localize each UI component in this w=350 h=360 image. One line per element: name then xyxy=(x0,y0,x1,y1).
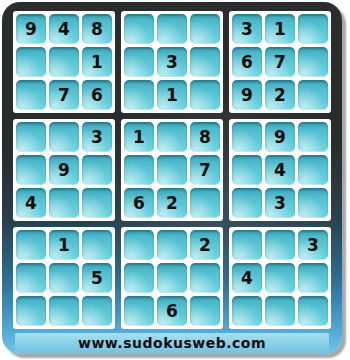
cell-r2c2[interactable] xyxy=(49,47,79,77)
cell-r1c3[interactable]: 8 xyxy=(82,14,112,44)
box-2-3: 943 xyxy=(229,119,331,221)
cell-r9c2[interactable] xyxy=(49,296,79,326)
box-1-3: 316792 xyxy=(229,11,331,113)
cell-r2c8[interactable]: 7 xyxy=(265,47,295,77)
cell-r8c3[interactable]: 5 xyxy=(82,263,112,293)
cell-r2c3[interactable]: 1 xyxy=(82,47,112,77)
cell-r9c7[interactable] xyxy=(232,296,262,326)
cell-r5c4[interactable] xyxy=(124,155,154,185)
box-3-2: 26 xyxy=(121,227,223,329)
cell-r8c8[interactable] xyxy=(265,263,295,293)
cell-r6c6[interactable] xyxy=(190,188,220,218)
cell-r2c1[interactable] xyxy=(16,47,46,77)
cell-r4c8[interactable]: 9 xyxy=(265,122,295,152)
cell-r7c6[interactable]: 2 xyxy=(190,230,220,260)
cell-r8c6[interactable] xyxy=(190,263,220,293)
cell-r7c3[interactable] xyxy=(82,230,112,260)
cell-r6c8[interactable]: 3 xyxy=(265,188,295,218)
cell-r9c6[interactable] xyxy=(190,296,220,326)
cell-r6c4[interactable]: 6 xyxy=(124,188,154,218)
site-url-text: www.sudokusweb.com xyxy=(78,335,266,351)
cell-r3c3[interactable]: 6 xyxy=(82,80,112,110)
cell-r9c1[interactable] xyxy=(16,296,46,326)
cell-r3c8[interactable]: 2 xyxy=(265,80,295,110)
cell-r1c4[interactable] xyxy=(124,14,154,44)
cell-r6c9[interactable] xyxy=(298,188,328,218)
cell-r3c1[interactable] xyxy=(16,80,46,110)
cell-r8c7[interactable]: 4 xyxy=(232,263,262,293)
cell-r3c2[interactable]: 7 xyxy=(49,80,79,110)
cell-r7c7[interactable] xyxy=(232,230,262,260)
cell-r7c5[interactable] xyxy=(157,230,187,260)
cell-r6c2[interactable] xyxy=(49,188,79,218)
cell-r8c4[interactable] xyxy=(124,263,154,293)
cell-r2c5[interactable]: 3 xyxy=(157,47,187,77)
cell-r4c3[interactable]: 3 xyxy=(82,122,112,152)
box-2-2: 18762 xyxy=(121,119,223,221)
box-2-1: 394 xyxy=(13,119,115,221)
cell-r1c5[interactable] xyxy=(157,14,187,44)
cell-r6c3[interactable] xyxy=(82,188,112,218)
cell-r1c9[interactable] xyxy=(298,14,328,44)
cell-r9c8[interactable] xyxy=(265,296,295,326)
cell-r1c2[interactable]: 4 xyxy=(49,14,79,44)
cell-r4c6[interactable]: 8 xyxy=(190,122,220,152)
cell-r7c9[interactable]: 3 xyxy=(298,230,328,260)
box-3-3: 34 xyxy=(229,227,331,329)
cell-r4c9[interactable] xyxy=(298,122,328,152)
cell-r7c2[interactable]: 1 xyxy=(49,230,79,260)
cell-r3c5[interactable]: 1 xyxy=(157,80,187,110)
cell-r5c1[interactable] xyxy=(16,155,46,185)
cell-r6c5[interactable]: 2 xyxy=(157,188,187,218)
cell-r6c1[interactable]: 4 xyxy=(16,188,46,218)
sudoku-plaque: 9481763131679239418762943152634 www.sudo… xyxy=(2,2,342,354)
cell-r8c2[interactable] xyxy=(49,263,79,293)
sudoku-board: 9481763131679239418762943152634 xyxy=(13,11,331,329)
footer-band: www.sudokusweb.com xyxy=(15,333,329,353)
cell-r4c5[interactable] xyxy=(157,122,187,152)
cell-r9c3[interactable] xyxy=(82,296,112,326)
cell-r5c9[interactable] xyxy=(298,155,328,185)
cell-r3c4[interactable] xyxy=(124,80,154,110)
cell-r4c2[interactable] xyxy=(49,122,79,152)
cell-r8c9[interactable] xyxy=(298,263,328,293)
cell-r5c8[interactable]: 4 xyxy=(265,155,295,185)
cell-r1c6[interactable] xyxy=(190,14,220,44)
cell-r3c9[interactable] xyxy=(298,80,328,110)
cell-r9c5[interactable]: 6 xyxy=(157,296,187,326)
cell-r3c6[interactable] xyxy=(190,80,220,110)
cell-r8c5[interactable] xyxy=(157,263,187,293)
cell-r4c4[interactable]: 1 xyxy=(124,122,154,152)
cell-r8c1[interactable] xyxy=(16,263,46,293)
cell-r3c7[interactable]: 9 xyxy=(232,80,262,110)
cell-r6c7[interactable] xyxy=(232,188,262,218)
cell-r2c7[interactable]: 6 xyxy=(232,47,262,77)
cell-r7c1[interactable] xyxy=(16,230,46,260)
cell-r2c6[interactable] xyxy=(190,47,220,77)
cell-r4c1[interactable] xyxy=(16,122,46,152)
cell-r2c9[interactable] xyxy=(298,47,328,77)
cell-r4c7[interactable] xyxy=(232,122,262,152)
box-3-1: 15 xyxy=(13,227,115,329)
box-1-1: 948176 xyxy=(13,11,115,113)
cell-r9c9[interactable] xyxy=(298,296,328,326)
cell-r5c3[interactable] xyxy=(82,155,112,185)
box-1-2: 31 xyxy=(121,11,223,113)
cell-r5c2[interactable]: 9 xyxy=(49,155,79,185)
cell-r5c5[interactable] xyxy=(157,155,187,185)
cell-r1c8[interactable]: 1 xyxy=(265,14,295,44)
cell-r7c4[interactable] xyxy=(124,230,154,260)
cell-r2c4[interactable] xyxy=(124,47,154,77)
cell-r1c1[interactable]: 9 xyxy=(16,14,46,44)
cell-r9c4[interactable] xyxy=(124,296,154,326)
cell-r5c6[interactable]: 7 xyxy=(190,155,220,185)
cell-r1c7[interactable]: 3 xyxy=(232,14,262,44)
cell-r7c8[interactable] xyxy=(265,230,295,260)
cell-r5c7[interactable] xyxy=(232,155,262,185)
